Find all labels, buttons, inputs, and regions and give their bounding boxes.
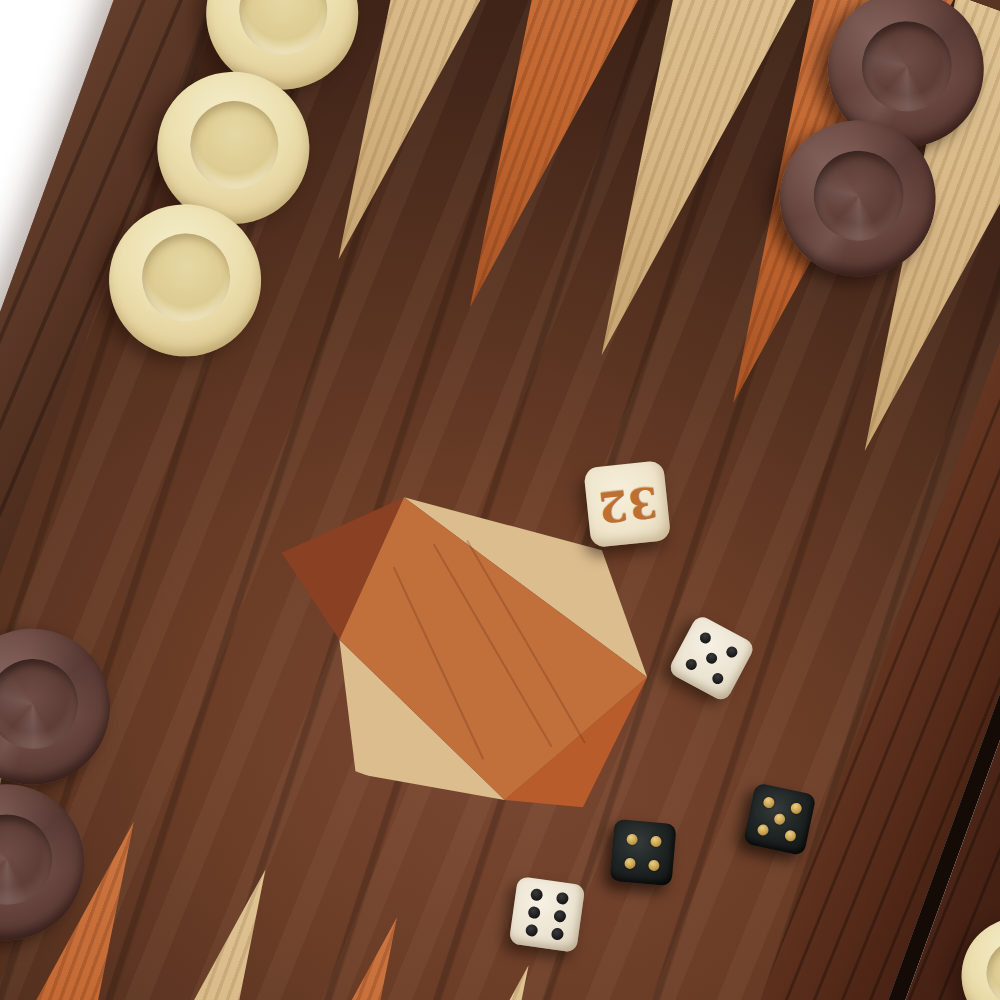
- die-pip: [724, 645, 739, 660]
- die-pip: [648, 860, 660, 872]
- die-pip: [789, 802, 802, 815]
- die-pip: [710, 670, 725, 685]
- black-die-4[interactable]: [609, 819, 676, 886]
- die-pip: [556, 892, 570, 906]
- die-pip: [757, 823, 770, 836]
- doubling-cube[interactable]: 32: [583, 460, 671, 548]
- black-die-5[interactable]: [743, 782, 817, 856]
- backgammon-board: 32: [0, 0, 1000, 1000]
- die-pip: [650, 835, 662, 847]
- checker-dimple: [849, 8, 965, 124]
- checker-dimple: [130, 221, 243, 334]
- checker-dimple: [0, 801, 65, 917]
- white-die-6[interactable]: [509, 876, 586, 953]
- die-pip: [773, 813, 786, 826]
- die-pip: [704, 651, 719, 666]
- die-pip: [784, 829, 797, 842]
- die-pip: [626, 833, 638, 845]
- checker-dimple: [227, 0, 340, 67]
- checker-dimple: [977, 930, 1000, 1000]
- die-pip: [527, 906, 541, 920]
- die-pip: [698, 631, 713, 646]
- photo-stage: 32: [0, 0, 1000, 1000]
- die-pip: [553, 909, 567, 923]
- checker-dimple: [0, 646, 91, 762]
- die-pip: [551, 927, 565, 941]
- die-pip: [525, 923, 539, 937]
- die-pip: [685, 657, 700, 672]
- die-pip: [763, 797, 776, 810]
- checker-dimple: [801, 138, 917, 254]
- die-pip: [530, 888, 544, 902]
- die-pip: [624, 858, 636, 870]
- checker-dimple: [178, 89, 291, 202]
- doubling-cube-value: 32: [595, 477, 660, 532]
